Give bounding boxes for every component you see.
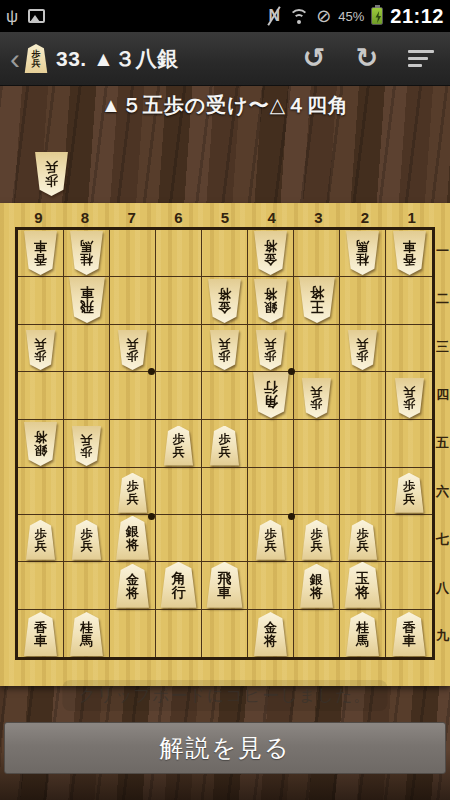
rank-label-3: 三 <box>435 323 450 371</box>
square-6-8[interactable]: 角行 <box>156 562 202 610</box>
rank-label-2: 二 <box>435 275 450 323</box>
square-2-3[interactable]: 歩兵 <box>340 325 386 372</box>
piece-sente-銀将[interactable]: 銀将 <box>115 516 150 560</box>
square-2-7[interactable]: 歩兵 <box>340 515 386 562</box>
piece-gote-歩兵[interactable]: 歩兵 <box>34 152 69 196</box>
square-8-7[interactable]: 歩兵 <box>64 515 110 562</box>
square-1-9[interactable]: 香車 <box>386 610 432 657</box>
move-title: 33. ▲３八銀 <box>56 45 179 73</box>
square-6-9[interactable] <box>156 610 202 657</box>
square-3-1[interactable] <box>294 230 340 277</box>
square-4-2[interactable]: 銀将 <box>248 277 294 325</box>
piece-sente-桂馬[interactable]: 桂馬 <box>69 612 104 656</box>
square-8-3[interactable] <box>64 325 110 372</box>
menu-button[interactable] <box>408 50 434 67</box>
gote-hand-piece[interactable]: 歩兵 <box>34 152 69 196</box>
square-4-6[interactable] <box>248 468 294 515</box>
square-2-8[interactable]: 玉将 <box>340 562 386 610</box>
piece-gote-桂馬[interactable]: 桂馬 <box>345 231 380 275</box>
piece-gote-銀将[interactable]: 銀将 <box>23 422 58 466</box>
square-7-1[interactable] <box>110 230 156 277</box>
file-label-7: 7 <box>108 204 155 226</box>
square-2-9[interactable]: 桂馬 <box>340 610 386 657</box>
piece-gote-香車[interactable]: 香車 <box>23 231 58 275</box>
lesson-title: ▲５五歩の受け〜△４四角 <box>0 92 450 119</box>
square-3-3[interactable] <box>294 325 340 372</box>
square-5-3[interactable]: 歩兵 <box>202 325 248 372</box>
square-7-8[interactable]: 金将 <box>110 562 156 610</box>
usb-icon: ψ <box>6 8 18 25</box>
square-9-8[interactable] <box>18 562 64 610</box>
file-label-1: 1 <box>388 204 435 226</box>
star-point <box>288 513 295 520</box>
rank-label-6: 六 <box>435 468 450 516</box>
square-7-6[interactable]: 歩兵 <box>110 468 156 515</box>
file-label-4: 4 <box>248 204 295 226</box>
square-4-1[interactable]: 金将 <box>248 230 294 277</box>
piece-gote-歩兵[interactable]: 歩兵 <box>347 330 378 370</box>
square-5-8[interactable]: 飛車 <box>202 562 248 610</box>
piece-sente-金将[interactable]: 金将 <box>115 564 150 608</box>
file-label-2: 2 <box>342 204 389 226</box>
wifi-icon <box>289 9 309 24</box>
action-bar: ‹ 歩兵 33. ▲３八銀 ↺ ↻ <box>0 32 450 86</box>
piece-sente-歩兵[interactable]: 歩兵 <box>347 520 378 560</box>
board-grid: 香車桂馬金将桂馬香車飛車金将銀将王将歩兵歩兵歩兵歩兵歩兵角行歩兵歩兵銀将歩兵歩兵… <box>15 227 435 660</box>
piece-gote-銀将[interactable]: 銀将 <box>253 279 288 323</box>
square-1-3[interactable] <box>386 325 432 372</box>
square-7-2[interactable] <box>110 277 156 325</box>
square-4-7[interactable]: 歩兵 <box>248 515 294 562</box>
piece-gote-歩兵[interactable]: 歩兵 <box>209 330 240 370</box>
file-label-9: 9 <box>15 204 62 226</box>
gallery-icon <box>28 9 45 23</box>
square-9-6[interactable] <box>18 468 64 515</box>
toast-message: クリップボードにコピーしました。 <box>62 680 387 711</box>
rank-labels: 一二三四五六七八九 <box>435 227 450 660</box>
back-chevron-icon[interactable]: ‹ <box>10 44 20 74</box>
square-8-2[interactable]: 飛車 <box>64 277 110 325</box>
square-3-9[interactable] <box>294 610 340 657</box>
file-label-3: 3 <box>295 204 342 226</box>
app-screen: ψ N ⊘ 45% 21:12 ‹ 歩兵 33. ▲３八銀 ↺ ↻ ▲５五歩の受… <box>0 0 450 800</box>
piece-sente-歩兵[interactable]: 歩兵 <box>117 473 148 513</box>
square-7-3[interactable]: 歩兵 <box>110 325 156 372</box>
square-4-5[interactable] <box>248 420 294 467</box>
explain-button[interactable]: 解説を見る <box>4 722 446 774</box>
rank-label-8: 八 <box>435 564 450 612</box>
clock: 21:12 <box>390 5 444 28</box>
piece-sente-歩兵[interactable]: 歩兵 <box>163 426 194 466</box>
piece-sente-飛車[interactable]: 飛車 <box>206 562 244 608</box>
file-label-5: 5 <box>202 204 249 226</box>
piece-sente-歩兵[interactable]: 歩兵 <box>301 520 332 560</box>
star-point <box>288 368 295 375</box>
rank-label-7: 七 <box>435 516 450 564</box>
square-2-1[interactable]: 桂馬 <box>340 230 386 277</box>
square-2-2[interactable] <box>340 277 386 325</box>
square-1-2[interactable] <box>386 277 432 325</box>
square-6-5[interactable]: 歩兵 <box>156 420 202 467</box>
piece-sente-桂馬[interactable]: 桂馬 <box>345 612 380 656</box>
rank-label-4: 四 <box>435 371 450 419</box>
square-5-9[interactable] <box>202 610 248 657</box>
piece-gote-王将[interactable]: 王将 <box>298 277 336 323</box>
undo-button[interactable]: ↺ <box>303 45 326 72</box>
piece-gote-角行[interactable]: 角行 <box>252 372 290 418</box>
square-1-1[interactable]: 香車 <box>386 230 432 277</box>
piece-sente-歩兵[interactable]: 歩兵 <box>209 426 240 466</box>
square-5-7[interactable] <box>202 515 248 562</box>
file-labels: 987654321 <box>15 204 435 226</box>
square-2-5[interactable] <box>340 420 386 467</box>
app-icon-shogi-piece: 歩兵 <box>24 44 48 73</box>
file-label-8: 8 <box>62 204 109 226</box>
piece-sente-銀将[interactable]: 銀将 <box>299 564 334 608</box>
square-4-8[interactable] <box>248 562 294 610</box>
nfc-off-icon: N <box>266 7 282 25</box>
square-3-5[interactable] <box>294 420 340 467</box>
square-5-1[interactable] <box>202 230 248 277</box>
square-3-7[interactable]: 歩兵 <box>294 515 340 562</box>
square-5-4[interactable] <box>202 372 248 420</box>
square-8-4[interactable] <box>64 372 110 420</box>
square-5-6[interactable] <box>202 468 248 515</box>
rank-label-9: 九 <box>435 612 450 660</box>
piece-gote-歩兵[interactable]: 歩兵 <box>117 330 148 370</box>
square-8-1[interactable]: 桂馬 <box>64 230 110 277</box>
square-9-3[interactable]: 歩兵 <box>18 325 64 372</box>
square-3-2[interactable]: 王将 <box>294 277 340 325</box>
piece-gote-飛車[interactable]: 飛車 <box>68 277 106 323</box>
square-8-5[interactable]: 歩兵 <box>64 420 110 467</box>
square-2-4[interactable] <box>340 372 386 420</box>
rank-label-1: 一 <box>435 227 450 275</box>
piece-gote-歩兵[interactable]: 歩兵 <box>255 330 286 370</box>
square-5-5[interactable]: 歩兵 <box>202 420 248 467</box>
square-7-7[interactable]: 銀将 <box>110 515 156 562</box>
square-3-6[interactable] <box>294 468 340 515</box>
piece-sente-金将[interactable]: 金将 <box>253 612 288 656</box>
piece-gote-歩兵[interactable]: 歩兵 <box>394 378 425 418</box>
piece-sente-歩兵[interactable]: 歩兵 <box>394 473 425 513</box>
square-9-5[interactable]: 銀将 <box>18 420 64 467</box>
square-6-6[interactable] <box>156 468 202 515</box>
square-9-1[interactable]: 香車 <box>18 230 64 277</box>
square-7-9[interactable] <box>110 610 156 657</box>
square-7-5[interactable] <box>110 420 156 467</box>
rank-label-5: 五 <box>435 419 450 467</box>
battery-percent: 45% <box>338 9 364 24</box>
square-2-6[interactable] <box>340 468 386 515</box>
piece-sente-香車[interactable]: 香車 <box>23 612 58 656</box>
redo-button[interactable]: ↻ <box>355 45 378 72</box>
square-9-9[interactable]: 香車 <box>18 610 64 657</box>
piece-gote-香車[interactable]: 香車 <box>392 231 427 275</box>
battery-icon <box>371 7 383 25</box>
file-label-6: 6 <box>155 204 202 226</box>
square-4-9[interactable]: 金将 <box>248 610 294 657</box>
star-point <box>148 368 155 375</box>
piece-gote-歩兵[interactable]: 歩兵 <box>71 426 102 466</box>
square-1-4[interactable]: 歩兵 <box>386 372 432 420</box>
square-8-9[interactable]: 桂馬 <box>64 610 110 657</box>
square-6-1[interactable] <box>156 230 202 277</box>
no-signal-icon: ⊘ <box>316 7 331 25</box>
piece-sente-歩兵[interactable]: 歩兵 <box>25 520 56 560</box>
square-6-7[interactable] <box>156 515 202 562</box>
square-8-6[interactable] <box>64 468 110 515</box>
star-point <box>148 513 155 520</box>
square-3-8[interactable]: 銀将 <box>294 562 340 610</box>
piece-gote-金将[interactable]: 金将 <box>253 231 288 275</box>
square-4-3[interactable]: 歩兵 <box>248 325 294 372</box>
piece-gote-歩兵[interactable]: 歩兵 <box>301 378 332 418</box>
square-4-4[interactable]: 角行 <box>248 372 294 420</box>
square-1-7[interactable] <box>386 515 432 562</box>
piece-sente-歩兵[interactable]: 歩兵 <box>255 520 286 560</box>
piece-sente-角行[interactable]: 角行 <box>160 562 198 608</box>
piece-sente-歩兵[interactable]: 歩兵 <box>71 520 102 560</box>
piece-gote-金将[interactable]: 金将 <box>207 279 242 323</box>
square-1-8[interactable] <box>386 562 432 610</box>
piece-gote-桂馬[interactable]: 桂馬 <box>69 231 104 275</box>
square-6-2[interactable] <box>156 277 202 325</box>
square-7-4[interactable] <box>110 372 156 420</box>
square-6-4[interactable] <box>156 372 202 420</box>
piece-sente-香車[interactable]: 香車 <box>392 612 427 656</box>
square-1-5[interactable] <box>386 420 432 467</box>
board-panel: 987654321 一二三四五六七八九 香車桂馬金将桂馬香車飛車金将銀将王将歩兵… <box>0 203 450 686</box>
square-9-2[interactable] <box>18 277 64 325</box>
square-6-3[interactable] <box>156 325 202 372</box>
square-1-6[interactable]: 歩兵 <box>386 468 432 515</box>
square-5-2[interactable]: 金将 <box>202 277 248 325</box>
square-8-8[interactable] <box>64 562 110 610</box>
square-3-4[interactable]: 歩兵 <box>294 372 340 420</box>
piece-sente-玉将[interactable]: 玉将 <box>344 562 382 608</box>
status-bar: ψ N ⊘ 45% 21:12 <box>0 0 450 32</box>
piece-gote-歩兵[interactable]: 歩兵 <box>25 330 56 370</box>
square-9-7[interactable]: 歩兵 <box>18 515 64 562</box>
square-9-4[interactable] <box>18 372 64 420</box>
